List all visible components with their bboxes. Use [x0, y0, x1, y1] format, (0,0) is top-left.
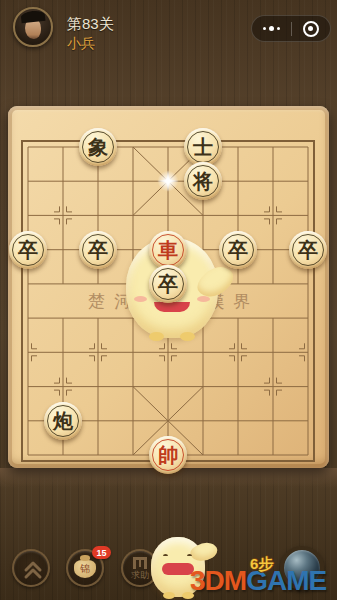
chick-eye: [187, 554, 192, 558]
piece-char: 卒: [88, 240, 108, 260]
watermark-3dm: 3DM: [190, 565, 246, 596]
close-button[interactable]: [292, 16, 331, 41]
chick-blush: [197, 296, 210, 302]
close-circle-icon: [303, 21, 319, 37]
piece-char: 卒: [298, 240, 318, 260]
level-subtitle: 小兵: [67, 35, 95, 53]
piece-black-cannon[interactable]: 炮: [44, 402, 82, 440]
chick-eye: [163, 554, 168, 558]
double-chevron-up-icon: [20, 557, 46, 583]
piece-char: 将: [193, 171, 213, 191]
piece-black-pawn[interactable]: 卒: [219, 231, 257, 269]
help-shrine-icon: [133, 557, 147, 569]
player-avatar[interactable]: [13, 7, 53, 47]
piece-char: 象: [88, 137, 108, 157]
xiangqi-board: 楚河 漢界 象士将卒卒車卒卒卒炮帥: [8, 106, 329, 468]
piece-black-advisor[interactable]: 士: [184, 128, 222, 166]
steps-counter: 6步: [250, 555, 273, 574]
piece-black-pawn[interactable]: 卒: [289, 231, 327, 269]
piece-char: 炮: [53, 411, 73, 431]
brocade-bag-icon: 锦: [74, 560, 96, 578]
piece-black-pawn[interactable]: 卒: [9, 231, 47, 269]
hint-count-badge: 15: [92, 546, 111, 559]
piece-red-chariot[interactable]: 車: [149, 231, 187, 269]
chick-feet: [163, 592, 175, 599]
piece-black-elephant[interactable]: 象: [79, 128, 117, 166]
piece-char: 帥: [158, 445, 178, 465]
more-menu-button[interactable]: [252, 16, 291, 41]
piece-black-general[interactable]: 将: [184, 162, 222, 200]
level-title: 第83关: [67, 15, 114, 34]
more-dots-icon: [263, 26, 280, 31]
piece-char: 卒: [228, 240, 248, 260]
piece-char: 士: [193, 137, 213, 157]
piece-red-general[interactable]: 帥: [149, 436, 187, 474]
chick-mouth: [154, 302, 190, 312]
chick-blush: [134, 296, 147, 302]
miniprogram-capsule: [251, 15, 331, 42]
hint-bag-button[interactable]: 锦 15: [66, 549, 104, 587]
piece-char: 卒: [158, 274, 178, 294]
piece-black-pawn[interactable]: 卒: [149, 265, 187, 303]
piece-char: 車: [158, 240, 178, 260]
app-screen: 第83关 小兵 楚河 漢界 象士将卒卒車卒卒卒炮帥: [0, 0, 337, 600]
chick-feet: [149, 332, 164, 341]
piece-black-pawn[interactable]: 卒: [79, 231, 117, 269]
expand-button[interactable]: [12, 549, 50, 587]
piece-char: 卒: [18, 240, 38, 260]
